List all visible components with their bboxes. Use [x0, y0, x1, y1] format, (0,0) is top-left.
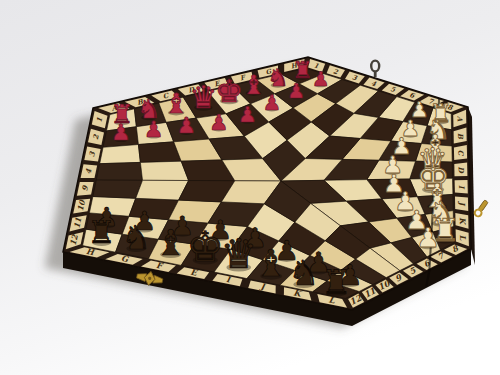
photo-background: ABCDEFGH12345678ABCDIJKL87659101112LKJIE… — [0, 0, 500, 375]
red-pawn-b2: ♟ — [144, 116, 164, 142]
red-pawn-e2: ♟ — [238, 102, 257, 127]
square-b4 — [140, 161, 188, 180]
coord-label: A — [456, 115, 464, 122]
square-a4 — [96, 162, 142, 180]
black-bishop-f12: ♝ — [155, 222, 187, 263]
square-a3 — [100, 145, 141, 164]
red-pawn-f2: ♟ — [262, 91, 281, 115]
red-pawn-g2: ♟ — [287, 79, 305, 103]
black-knight-g12: ♞ — [121, 219, 150, 257]
hanging-ring — [371, 61, 379, 72]
square-h9 — [93, 180, 143, 198]
brass-hook — [473, 199, 489, 218]
black-king-e12: ♚ — [187, 222, 224, 271]
red-pawn-h2: ♟ — [312, 67, 330, 91]
black-rook-h12: ♜ — [88, 214, 116, 250]
black-queen-i12: ♛ — [220, 230, 257, 278]
red-pawn-c2: ♟ — [176, 113, 196, 138]
coord-label: L — [458, 235, 467, 241]
black-bishop-j12: ♝ — [255, 242, 288, 285]
white-pawn-l7: ♟ — [416, 222, 440, 253]
black-rook-l12: ♜ — [321, 263, 351, 302]
red-pawn-a2: ♟ — [111, 119, 131, 145]
red-knight-g1: ♞ — [267, 63, 289, 92]
three-player-chess-board: ABCDEFGH12345678ABCDIJKL87659101112LKJIE… — [0, 0, 500, 375]
red-pawn-d2: ♟ — [209, 110, 229, 135]
black-knight-k12: ♞ — [288, 253, 319, 293]
